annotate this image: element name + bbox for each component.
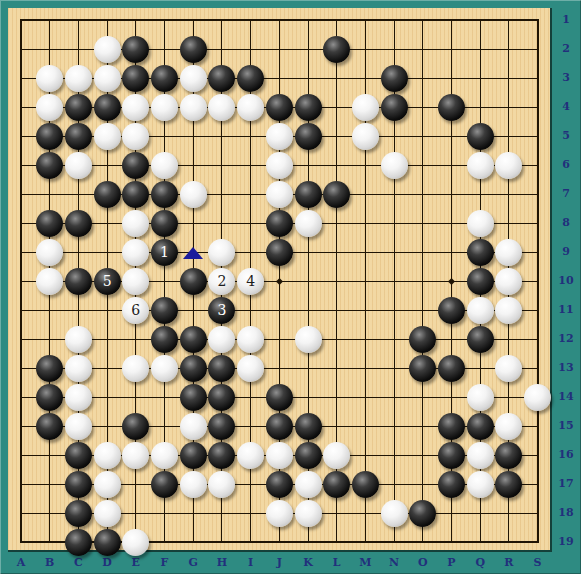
stone-white[interactable] [122,355,149,382]
stone-white[interactable] [495,297,522,324]
stone-white[interactable] [122,210,149,237]
stone-white[interactable] [467,210,494,237]
stone-black[interactable] [323,471,350,498]
stone-black[interactable] [151,181,178,208]
stone-black[interactable] [266,94,293,121]
stone-black[interactable] [467,268,494,295]
triangle-marker [183,247,203,259]
stone-black[interactable] [495,471,522,498]
grid-line-vertical [422,19,423,543]
stone-white[interactable] [94,65,121,92]
stone-white[interactable] [180,413,207,440]
column-label: R [499,556,519,569]
stone-white[interactable] [122,442,149,469]
stone-white[interactable] [94,123,121,150]
row-label: 3 [552,71,580,84]
stone-black[interactable] [467,326,494,353]
column-label: H [212,556,232,569]
stone-white[interactable] [208,326,235,353]
row-label: 11 [552,303,580,316]
row-label: 19 [552,535,580,548]
stone-white[interactable] [266,123,293,150]
stone-black[interactable] [266,210,293,237]
stone-black[interactable] [94,529,121,556]
stone-white[interactable] [237,442,264,469]
stone-white[interactable] [65,384,92,411]
row-label: 15 [552,419,580,432]
stone-black[interactable] [122,36,149,63]
stone-black[interactable] [151,471,178,498]
stone-white[interactable] [237,326,264,353]
stone-white[interactable] [237,94,264,121]
column-label: I [241,556,261,569]
stone-black[interactable] [266,471,293,498]
row-label: 4 [552,100,580,113]
stone-black[interactable] [295,413,322,440]
stone-black[interactable] [409,500,436,527]
row-label: 7 [552,187,580,200]
row-label: 18 [552,506,580,519]
row-label: 9 [552,245,580,258]
stone-white[interactable] [467,471,494,498]
stone-black[interactable] [151,210,178,237]
stone-black[interactable] [467,239,494,266]
stone-black[interactable] [151,326,178,353]
grid-line-horizontal [20,339,539,340]
stone-white[interactable] [208,94,235,121]
stone-white[interactable] [495,355,522,382]
stone-black[interactable] [65,210,92,237]
row-label: 2 [552,42,580,55]
stone-black[interactable] [94,268,121,295]
stone-white[interactable] [467,152,494,179]
stone-white[interactable] [208,268,235,295]
stone-black[interactable] [65,529,92,556]
row-label: 8 [552,216,580,229]
stone-black[interactable] [151,65,178,92]
stone-white[interactable] [180,65,207,92]
stone-black[interactable] [36,384,63,411]
stone-black[interactable] [438,297,465,324]
stone-black[interactable] [180,355,207,382]
stone-black[interactable] [180,268,207,295]
stone-white[interactable] [151,355,178,382]
stone-white[interactable] [295,471,322,498]
stone-black[interactable] [438,94,465,121]
stone-white[interactable] [151,152,178,179]
stone-black[interactable] [295,94,322,121]
stone-white[interactable] [36,268,63,295]
stone-white[interactable] [94,442,121,469]
stone-white[interactable] [122,94,149,121]
stone-white[interactable] [208,471,235,498]
stone-black[interactable] [467,123,494,150]
stone-white[interactable] [237,268,264,295]
stone-white[interactable] [295,326,322,353]
stone-black[interactable] [208,65,235,92]
stone-white[interactable] [65,326,92,353]
column-label: S [528,556,548,569]
stone-black[interactable] [180,326,207,353]
stone-white[interactable] [237,355,264,382]
stone-white[interactable] [180,471,207,498]
column-label: Q [470,556,490,569]
stone-black[interactable] [409,355,436,382]
stone-black[interactable] [438,355,465,382]
column-label: L [327,556,347,569]
stone-black[interactable] [36,210,63,237]
stone-black[interactable] [381,94,408,121]
column-label: O [413,556,433,569]
stone-black[interactable] [352,471,379,498]
column-label: D [97,556,117,569]
stone-white[interactable] [94,500,121,527]
stone-black[interactable] [438,471,465,498]
stone-black[interactable] [438,413,465,440]
stone-white[interactable] [495,152,522,179]
stone-black[interactable] [208,384,235,411]
column-label: C [68,556,88,569]
stone-white[interactable] [122,239,149,266]
stone-black[interactable] [381,65,408,92]
stone-black[interactable] [409,326,436,353]
stone-black[interactable] [180,36,207,63]
stone-white[interactable] [266,152,293,179]
stone-white[interactable] [65,413,92,440]
column-label: A [11,556,31,569]
stone-black[interactable] [65,268,92,295]
stone-white[interactable] [180,94,207,121]
stone-black[interactable] [122,413,149,440]
stone-black[interactable] [266,384,293,411]
column-label: F [155,556,175,569]
stone-black[interactable] [36,123,63,150]
row-label: 6 [552,158,580,171]
stone-black[interactable] [180,384,207,411]
column-label: B [40,556,60,569]
stone-white[interactable] [467,442,494,469]
row-label: 5 [552,129,580,142]
stone-white[interactable] [352,123,379,150]
stone-black[interactable] [295,123,322,150]
row-label: 14 [552,390,580,403]
row-label: 1 [552,13,580,26]
stone-white[interactable] [323,442,350,469]
stone-black[interactable] [208,442,235,469]
stone-black[interactable] [65,94,92,121]
stone-white[interactable] [524,384,551,411]
stone-white[interactable] [122,529,149,556]
stone-white[interactable] [65,65,92,92]
column-label: G [183,556,203,569]
stone-white[interactable] [208,239,235,266]
row-label: 12 [552,332,580,345]
stone-white[interactable] [467,384,494,411]
stone-white[interactable] [151,442,178,469]
stone-white[interactable] [151,94,178,121]
go-app-window: ABCDEFGHIJKLMNOPQRS 12345678910111213141… [0,0,581,574]
stone-white[interactable] [36,65,63,92]
stone-white[interactable] [495,413,522,440]
stone-white[interactable] [36,239,63,266]
stone-white[interactable] [295,500,322,527]
stone-black[interactable] [122,65,149,92]
stone-black[interactable] [180,442,207,469]
column-label: N [384,556,404,569]
stone-black[interactable] [237,65,264,92]
row-label: 16 [552,448,580,461]
stone-black[interactable] [295,181,322,208]
stone-black[interactable] [495,442,522,469]
stone-white[interactable] [266,442,293,469]
stone-black[interactable] [467,413,494,440]
stone-black[interactable] [94,94,121,121]
stone-white[interactable] [94,36,121,63]
stone-white[interactable] [65,355,92,382]
stone-black[interactable] [323,181,350,208]
stone-black[interactable] [151,297,178,324]
column-label: P [442,556,462,569]
stone-white[interactable] [495,239,522,266]
stone-white[interactable] [180,181,207,208]
stone-white[interactable] [122,268,149,295]
row-label: 13 [552,361,580,374]
stone-white[interactable] [36,94,63,121]
stone-black[interactable] [122,181,149,208]
stone-white[interactable] [381,152,408,179]
stone-black[interactable] [36,152,63,179]
stone-black[interactable] [266,239,293,266]
stone-black[interactable] [36,413,63,440]
stone-white[interactable] [495,268,522,295]
column-label: E [126,556,146,569]
grid-line-vertical [537,19,539,543]
stone-black[interactable] [208,413,235,440]
stone-black[interactable] [36,355,63,382]
stone-black[interactable] [65,500,92,527]
stone-black[interactable] [266,413,293,440]
stone-black[interactable] [65,471,92,498]
stone-white[interactable] [266,500,293,527]
stone-black[interactable] [323,36,350,63]
stone-white[interactable] [381,500,408,527]
column-label: K [298,556,318,569]
stone-black[interactable] [295,442,322,469]
stone-black[interactable] [65,442,92,469]
stone-black[interactable] [208,297,235,324]
stone-black[interactable] [438,442,465,469]
row-label: 17 [552,477,580,490]
stone-white[interactable] [94,471,121,498]
stone-black[interactable] [151,239,178,266]
row-label: 10 [552,274,580,287]
stone-black[interactable] [94,181,121,208]
stone-white[interactable] [122,297,149,324]
stone-white[interactable] [266,181,293,208]
stone-white[interactable] [122,123,149,150]
stone-white[interactable] [467,297,494,324]
stone-black[interactable] [65,123,92,150]
stone-black[interactable] [122,152,149,179]
stone-black[interactable] [208,355,235,382]
stone-white[interactable] [295,210,322,237]
stone-white[interactable] [65,152,92,179]
column-label: J [269,556,289,569]
column-label: M [355,556,375,569]
stone-white[interactable] [352,94,379,121]
